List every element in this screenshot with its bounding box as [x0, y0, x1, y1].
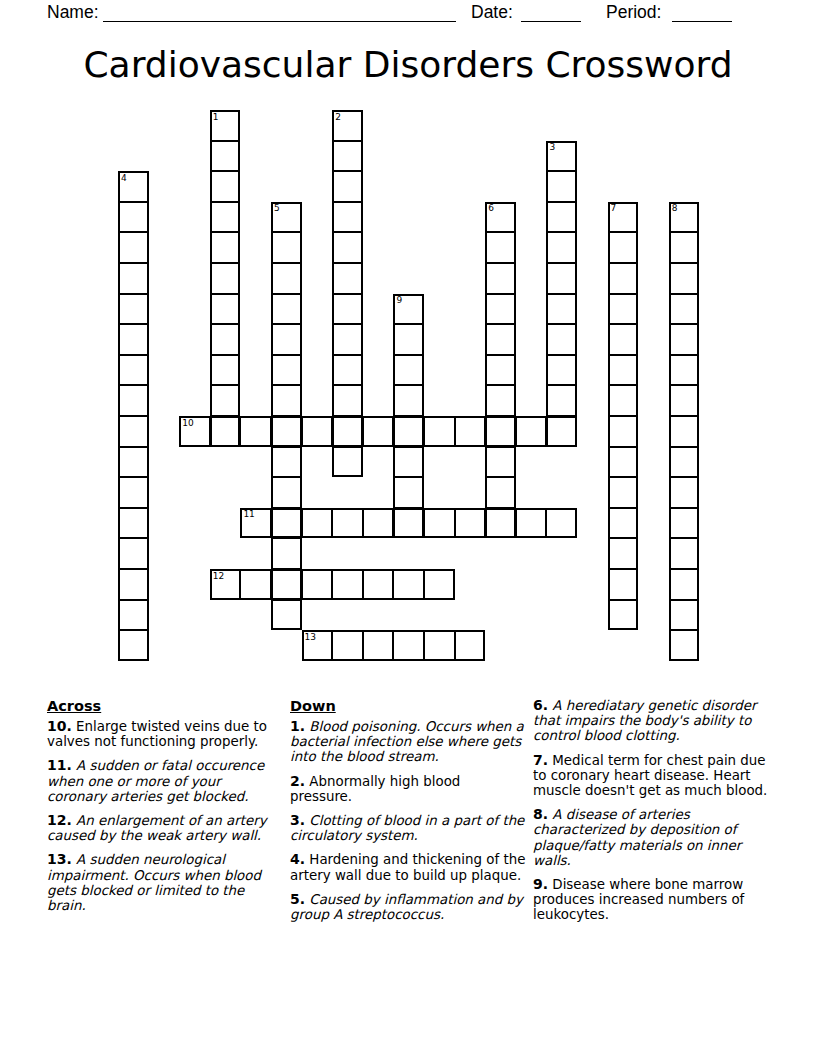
grid-cell-r1c7[interactable]: [332, 141, 363, 172]
grid-cell-r8c3[interactable]: [210, 355, 241, 386]
grid-cell-r12c5[interactable]: [271, 477, 302, 508]
grid-cell-r10c13[interactable]: [516, 416, 547, 447]
grid-cell-r13c10[interactable]: [424, 508, 455, 539]
grid-cell-r3c7[interactable]: [332, 202, 363, 233]
grid-cell-r13c5[interactable]: [271, 508, 302, 539]
clue-number-6: 6: [485, 202, 494, 214]
clue-2: 2. Abnormally high blood pressure.: [290, 774, 526, 804]
grid-cell-r3c0[interactable]: [118, 202, 149, 233]
clue-7: 7. Medical term for chest pain due to co…: [533, 753, 769, 799]
grid-cell-r17c8[interactable]: [363, 630, 394, 661]
grid-cell-r17c11[interactable]: [455, 630, 486, 661]
grid-cell-r10c8[interactable]: [363, 416, 394, 447]
grid-cell-r12c16[interactable]: [608, 477, 639, 508]
grid-cell-r13c11[interactable]: [455, 508, 486, 539]
clue-4: 4. Hardening and thickening of the arter…: [290, 852, 526, 882]
grid-cell-r10c12[interactable]: [485, 416, 516, 447]
grid-cell-r9c14[interactable]: [546, 385, 577, 416]
crossword-grid: 10111213123456789: [118, 110, 701, 662]
clue-number-8: 8: [669, 202, 678, 214]
clue-3: 3. Clotting of blood in a part of the ci…: [290, 813, 526, 843]
grid-cell-r8c18[interactable]: [669, 355, 700, 386]
grid-cell-r13c9[interactable]: [393, 508, 424, 539]
grid-cell-r5c3[interactable]: [210, 263, 241, 294]
grid-cell-r13c0[interactable]: [118, 508, 149, 539]
grid-cell-r2c3[interactable]: [210, 171, 241, 202]
clue-11: 11. A sudden or fatal occurence when one…: [47, 758, 283, 804]
grid-cell-r7c9[interactable]: [393, 324, 424, 355]
grid-cell-r7c16[interactable]: [608, 324, 639, 355]
grid-cell-r5c16[interactable]: [608, 263, 639, 294]
grid-cell-r9c7[interactable]: [332, 385, 363, 416]
clue-12: 12. An enlargement of an artery caused b…: [47, 813, 283, 843]
grid-cell-r17c7[interactable]: [332, 630, 363, 661]
grid-cell-r8c16[interactable]: [608, 355, 639, 386]
across-heading: Across: [47, 698, 283, 714]
grid-cell-r7c7[interactable]: [332, 324, 363, 355]
grid-cell-r12c18[interactable]: [669, 477, 700, 508]
grid-cell-r4c12[interactable]: [485, 232, 516, 263]
grid-cell-r13c8[interactable]: [363, 508, 394, 539]
date-blank-line[interactable]: [521, 5, 581, 22]
grid-cell-r7c5[interactable]: [271, 324, 302, 355]
clue-number-11: 11: [240, 508, 254, 520]
clue-number-9: 9: [393, 294, 402, 306]
grid-cell-r3c3[interactable]: [210, 202, 241, 233]
grid-cell-r10c3[interactable]: [210, 416, 241, 447]
clue-5: 5. Caused by inflammation and by group A…: [290, 892, 526, 922]
grid-cell-r1c3[interactable]: [210, 141, 241, 172]
clues-down-continued-column: 6. A herediatary genetic disorder that i…: [533, 698, 769, 932]
grid-cell-r10c6[interactable]: [302, 416, 333, 447]
grid-cell-r8c14[interactable]: [546, 355, 577, 386]
grid-cell-r15c16[interactable]: [608, 569, 639, 600]
grid-cell-r13c13[interactable]: [516, 508, 547, 539]
grid-cell-r10c14[interactable]: [546, 416, 577, 447]
grid-cell-r6c3[interactable]: [210, 294, 241, 325]
grid-cell-r4c16[interactable]: [608, 232, 639, 263]
grid-cell-r17c9[interactable]: [393, 630, 424, 661]
grid-cell-r13c16[interactable]: [608, 508, 639, 539]
grid-cell-r10c18[interactable]: [669, 416, 700, 447]
clue-13: 13. A sudden neurological impairment. Oc…: [47, 852, 283, 913]
grid-cell-r4c3[interactable]: [210, 232, 241, 263]
grid-cell-r10c5[interactable]: [271, 416, 302, 447]
grid-cell-r15c10[interactable]: [424, 569, 455, 600]
grid-cell-r15c4[interactable]: [240, 569, 271, 600]
grid-cell-r8c9[interactable]: [393, 355, 424, 386]
grid-cell-r9c18[interactable]: [669, 385, 700, 416]
grid-cell-r15c5[interactable]: [271, 569, 302, 600]
grid-cell-r4c5[interactable]: [271, 232, 302, 263]
grid-cell-r10c11[interactable]: [455, 416, 486, 447]
name-blank-line[interactable]: [103, 5, 456, 22]
grid-cell-r6c7[interactable]: [332, 294, 363, 325]
grid-cell-r4c0[interactable]: [118, 232, 149, 263]
grid-cell-r4c7[interactable]: [332, 232, 363, 263]
grid-cell-r8c5[interactable]: [271, 355, 302, 386]
grid-cell-r8c12[interactable]: [485, 355, 516, 386]
grid-cell-r12c0[interactable]: [118, 477, 149, 508]
grid-cell-r11c5[interactable]: [271, 447, 302, 478]
grid-cell-r6c12[interactable]: [485, 294, 516, 325]
grid-cell-r5c7[interactable]: [332, 263, 363, 294]
grid-cell-r2c7[interactable]: [332, 171, 363, 202]
down-clue-list: 1. Blood poisoning. Occurs when a bacter…: [290, 719, 526, 922]
grid-cell-r15c18[interactable]: [669, 569, 700, 600]
grid-cell-r7c18[interactable]: [669, 324, 700, 355]
grid-cell-r14c5[interactable]: [271, 538, 302, 569]
grid-cell-r13c14[interactable]: [546, 508, 577, 539]
grid-cell-r13c18[interactable]: [669, 508, 700, 539]
grid-cell-r13c7[interactable]: [332, 508, 363, 539]
grid-cell-r5c12[interactable]: [485, 263, 516, 294]
down-heading: Down: [290, 698, 526, 714]
grid-cell-r7c12[interactable]: [485, 324, 516, 355]
grid-cell-r6c5[interactable]: [271, 294, 302, 325]
grid-cell-r9c3[interactable]: [210, 385, 241, 416]
grid-cell-r3c14[interactable]: [546, 202, 577, 233]
clues-down-column: Down 1. Blood poisoning. Occurs when a b…: [290, 698, 526, 931]
grid-cell-r12c12[interactable]: [485, 477, 516, 508]
grid-cell-r15c6[interactable]: [302, 569, 333, 600]
grid-cell-r7c0[interactable]: [118, 324, 149, 355]
grid-cell-r9c12[interactable]: [485, 385, 516, 416]
grid-cell-r13c6[interactable]: [302, 508, 333, 539]
grid-cell-r10c7[interactable]: [332, 416, 363, 447]
grid-cell-r12c9[interactable]: [393, 477, 424, 508]
grid-cell-r7c3[interactable]: [210, 324, 241, 355]
grid-cell-r8c0[interactable]: [118, 355, 149, 386]
grid-cell-r2c14[interactable]: [546, 171, 577, 202]
grid-cell-r5c14[interactable]: [546, 263, 577, 294]
grid-cell-r15c7[interactable]: [332, 569, 363, 600]
grid-cell-r14c0[interactable]: [118, 538, 149, 569]
grid-cell-r4c18[interactable]: [669, 232, 700, 263]
grid-cell-r11c9[interactable]: [393, 447, 424, 478]
grid-cell-r10c0[interactable]: [118, 416, 149, 447]
grid-cell-r4c14[interactable]: [546, 232, 577, 263]
clues-across-column: Across 10. Enlarge twisted veins due to …: [47, 698, 283, 922]
clue-number-3: 3: [546, 141, 555, 153]
name-label: Name:: [47, 2, 99, 23]
grid-cell-r5c5[interactable]: [271, 263, 302, 294]
clue-10: 10. Enlarge twisted veins due to valves …: [47, 719, 283, 749]
grid-cell-r10c16[interactable]: [608, 416, 639, 447]
grid-cell-r9c5[interactable]: [271, 385, 302, 416]
grid-cell-r10c4[interactable]: [240, 416, 271, 447]
grid-cell-r11c7[interactable]: [332, 447, 363, 478]
grid-cell-r11c16[interactable]: [608, 447, 639, 478]
clue-number-2: 2: [332, 110, 341, 122]
grid-cell-r17c0[interactable]: [118, 630, 149, 661]
grid-cell-r6c14[interactable]: [546, 294, 577, 325]
grid-cell-r11c12[interactable]: [485, 447, 516, 478]
grid-cell-r9c16[interactable]: [608, 385, 639, 416]
across-clue-list: 10. Enlarge twisted veins due to valves …: [47, 719, 283, 913]
grid-cell-r6c16[interactable]: [608, 294, 639, 325]
grid-cell-r10c10[interactable]: [424, 416, 455, 447]
grid-cell-r9c0[interactable]: [118, 385, 149, 416]
grid-cell-r5c18[interactable]: [669, 263, 700, 294]
clue-number-1: 1: [210, 110, 219, 122]
grid-cell-r16c18[interactable]: [669, 600, 700, 631]
clue-number-5: 5: [271, 202, 280, 214]
grid-cell-r8c7[interactable]: [332, 355, 363, 386]
grid-cell-r17c18[interactable]: [669, 630, 700, 661]
grid-cell-r5c0[interactable]: [118, 263, 149, 294]
clue-6: 6. A herediatary genetic disorder that i…: [533, 698, 769, 744]
grid-cell-r6c0[interactable]: [118, 294, 149, 325]
grid-cell-r11c0[interactable]: [118, 447, 149, 478]
period-blank-line[interactable]: [672, 5, 732, 22]
clue-1: 1. Blood poisoning. Occurs when a bacter…: [290, 719, 526, 765]
down-clue-list-continued: 6. A herediatary genetic disorder that i…: [533, 698, 769, 923]
grid-cell-r16c0[interactable]: [118, 600, 149, 631]
grid-cell-r15c9[interactable]: [393, 569, 424, 600]
period-label: Period:: [606, 2, 661, 23]
grid-cell-r9c9[interactable]: [393, 385, 424, 416]
clue-number-10: 10: [179, 416, 193, 428]
grid-cell-r14c18[interactable]: [669, 538, 700, 569]
clue-number-13: 13: [302, 630, 316, 642]
grid-cell-r15c0[interactable]: [118, 569, 149, 600]
clue-number-12: 12: [210, 569, 224, 581]
clue-number-7: 7: [608, 202, 617, 214]
grid-cell-r16c5[interactable]: [271, 600, 302, 631]
grid-cell-r13c12[interactable]: [485, 508, 516, 539]
date-label: Date:: [471, 2, 513, 23]
clue-9: 9. Disease where bone marrow produces in…: [533, 877, 769, 923]
grid-cell-r16c16[interactable]: [608, 600, 639, 631]
worksheet-page: { "header": { "name_label": "Name:", "da…: [0, 0, 816, 1056]
clue-number-4: 4: [118, 171, 127, 183]
grid-cell-r15c8[interactable]: [363, 569, 394, 600]
clue-8: 8. A disease of arteries characterized b…: [533, 807, 769, 868]
grid-cell-r17c10[interactable]: [424, 630, 455, 661]
grid-cell-r10c9[interactable]: [393, 416, 424, 447]
page-title: Cardiovascular Disorders Crossword: [0, 44, 816, 85]
grid-cell-r14c16[interactable]: [608, 538, 639, 569]
grid-cell-r6c18[interactable]: [669, 294, 700, 325]
grid-cell-r7c14[interactable]: [546, 324, 577, 355]
grid-cell-r11c18[interactable]: [669, 447, 700, 478]
